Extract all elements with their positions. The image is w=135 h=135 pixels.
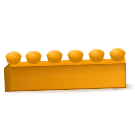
stud-row — [3, 48, 125, 52]
product-photo — [0, 0, 135, 135]
stud-cap — [109, 48, 125, 58]
stud-5 — [88, 49, 104, 62]
stud-2 — [26, 51, 42, 64]
lego-brick — [3, 48, 126, 91]
stud-3 — [46, 50, 62, 63]
stud-1 — [5, 51, 21, 64]
stud-4 — [67, 49, 83, 62]
brick-left-end-face — [4, 62, 12, 91]
stud-cap — [5, 51, 21, 61]
stud-6 — [109, 48, 125, 61]
brick-front-face — [4, 63, 127, 92]
